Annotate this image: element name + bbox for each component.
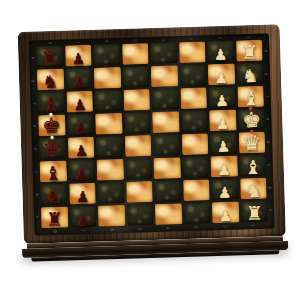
- board-grid: ♜♟♟♜♞♟♟♞♝♟♟♝♚♟♟♚♛♟♟♛♝♟♟♝♞♟♟♞♜♟♟♜: [36, 40, 267, 229]
- square-c5[interactable]: [125, 158, 152, 180]
- square-f4[interactable]: [151, 88, 178, 110]
- square-d5[interactable]: [124, 135, 151, 157]
- piece-white-pawn-d2[interactable]: ♟: [210, 139, 237, 156]
- square-e6[interactable]: [95, 113, 122, 135]
- piece-white-bishop-f1[interactable]: ♝: [237, 89, 264, 108]
- square-c8[interactable]: ♝: [39, 161, 66, 183]
- square-c3[interactable]: [182, 156, 209, 178]
- piece-black-pawn-h7[interactable]: ♟: [65, 52, 92, 68]
- black-king-finial: [50, 113, 53, 116]
- square-b1[interactable]: ♞: [240, 178, 267, 200]
- square-e7[interactable]: ♟: [67, 114, 94, 136]
- chess-board-box: 87654321 87654321 hgfedcba hgfedcba ♜♟♟♜…: [18, 24, 287, 262]
- square-b2[interactable]: ♟: [211, 178, 238, 200]
- square-f7[interactable]: ♟: [66, 91, 93, 113]
- photo-background: 87654321 87654321 hgfedcba hgfedcba ♜♟♟♜…: [0, 0, 300, 300]
- square-d2[interactable]: ♟: [210, 132, 237, 154]
- square-a8[interactable]: ♜: [41, 207, 68, 229]
- piece-black-pawn-g7[interactable]: ♟: [66, 75, 93, 90]
- white-queen-finial: [250, 130, 253, 133]
- square-e5[interactable]: [124, 112, 151, 134]
- square-f6[interactable]: [94, 90, 121, 112]
- piece-black-king-e8[interactable]: ♚: [38, 115, 65, 137]
- square-b6[interactable]: [97, 182, 124, 204]
- piece-white-rook-a1[interactable]: ♜: [241, 204, 268, 223]
- square-f3[interactable]: [180, 87, 207, 109]
- square-g1[interactable]: ♞: [236, 63, 263, 85]
- square-e2[interactable]: ♟: [209, 110, 236, 132]
- piece-white-pawn-a2[interactable]: ♟: [212, 208, 239, 224]
- square-e8[interactable]: ♚: [38, 115, 65, 137]
- square-d3[interactable]: [181, 133, 208, 155]
- square-g3[interactable]: [179, 64, 206, 86]
- square-a7[interactable]: ♟: [69, 206, 96, 228]
- black-queen-finial: [51, 136, 54, 139]
- square-h5[interactable]: [122, 43, 149, 65]
- piece-white-rook-h1[interactable]: ♜: [236, 43, 263, 62]
- square-g4[interactable]: [151, 65, 178, 87]
- square-c2[interactable]: ♟: [210, 155, 237, 177]
- piece-white-pawn-g2[interactable]: ♟: [208, 71, 235, 86]
- square-g7[interactable]: ♟: [65, 68, 92, 90]
- square-d4[interactable]: [153, 134, 180, 156]
- square-f2[interactable]: ♟: [208, 87, 235, 109]
- piece-black-pawn-f7[interactable]: ♟: [66, 98, 93, 114]
- square-a4[interactable]: [155, 203, 182, 225]
- square-f5[interactable]: [123, 89, 150, 111]
- square-f1[interactable]: ♝: [237, 86, 264, 108]
- piece-white-bishop-c1[interactable]: ♝: [239, 158, 266, 177]
- piece-white-pawn-e2[interactable]: ♟: [209, 117, 236, 132]
- piece-white-queen-d1[interactable]: ♛: [238, 133, 265, 155]
- square-h1[interactable]: ♜: [235, 40, 262, 62]
- square-b7[interactable]: ♟: [69, 183, 96, 205]
- piece-black-rook-a8[interactable]: ♜: [41, 210, 68, 229]
- piece-white-pawn-h2[interactable]: ♟: [207, 48, 234, 64]
- square-b3[interactable]: [183, 179, 210, 201]
- square-f8[interactable]: ♝: [37, 92, 64, 114]
- piece-black-pawn-b7[interactable]: ♟: [69, 190, 96, 205]
- piece-white-pawn-b2[interactable]: ♟: [211, 186, 238, 201]
- square-b4[interactable]: [154, 180, 181, 202]
- square-c7[interactable]: ♟: [68, 160, 95, 182]
- piece-black-pawn-e7[interactable]: ♟: [67, 121, 94, 136]
- square-a2[interactable]: ♟: [212, 201, 239, 223]
- square-d7[interactable]: ♟: [67, 137, 94, 159]
- square-h6[interactable]: [93, 44, 120, 66]
- square-h4[interactable]: [150, 42, 177, 64]
- square-h8[interactable]: ♜: [36, 46, 63, 68]
- piece-black-knight-g8[interactable]: ♞: [37, 73, 64, 92]
- piece-black-bishop-f8[interactable]: ♝: [38, 95, 65, 114]
- square-e3[interactable]: [181, 110, 208, 132]
- square-g2[interactable]: ♟: [208, 64, 235, 86]
- piece-black-pawn-d7[interactable]: ♟: [67, 143, 94, 160]
- square-b8[interactable]: ♞: [40, 184, 67, 206]
- square-d6[interactable]: [96, 136, 123, 158]
- piece-white-pawn-f2[interactable]: ♟: [208, 93, 235, 109]
- white-king-finial: [249, 107, 252, 110]
- square-g6[interactable]: [94, 67, 121, 89]
- piece-black-knight-b8[interactable]: ♞: [40, 188, 67, 207]
- square-a3[interactable]: [183, 202, 210, 224]
- square-e4[interactable]: [152, 111, 179, 133]
- square-a1[interactable]: ♜: [240, 201, 267, 223]
- square-d1[interactable]: ♛: [238, 132, 265, 154]
- square-a6[interactable]: [98, 205, 125, 227]
- square-b5[interactable]: [126, 181, 153, 203]
- square-h3[interactable]: [179, 41, 206, 63]
- square-g5[interactable]: [122, 66, 149, 88]
- piece-white-king-e1[interactable]: ♚: [237, 109, 265, 132]
- piece-black-bishop-c8[interactable]: ♝: [39, 163, 67, 184]
- piece-white-pawn-c2[interactable]: ♟: [211, 162, 238, 178]
- square-c4[interactable]: [153, 157, 180, 179]
- board-frame: 87654321 87654321 hgfedcba hgfedcba ♜♟♟♜…: [18, 24, 286, 244]
- square-e1[interactable]: ♚: [238, 109, 265, 131]
- piece-black-pawn-c7[interactable]: ♟: [68, 167, 95, 183]
- piece-black-pawn-a7[interactable]: ♟: [69, 212, 96, 228]
- square-h7[interactable]: ♟: [65, 45, 92, 67]
- square-a5[interactable]: [126, 204, 153, 226]
- piece-black-rook-h8[interactable]: ♜: [36, 48, 64, 69]
- piece-white-knight-b1[interactable]: ♞: [240, 181, 267, 200]
- board-surface: 87654321 87654321 hgfedcba hgfedcba ♜♟♟♜…: [29, 33, 275, 235]
- piece-black-queen-d8[interactable]: ♛: [39, 139, 66, 160]
- square-g8[interactable]: ♞: [37, 69, 64, 91]
- square-h2[interactable]: ♟: [207, 41, 234, 63]
- square-c1[interactable]: ♝: [239, 155, 266, 177]
- piece-white-knight-g1[interactable]: ♞: [236, 66, 263, 85]
- square-d8[interactable]: ♛: [39, 138, 66, 160]
- square-c6[interactable]: [96, 159, 123, 181]
